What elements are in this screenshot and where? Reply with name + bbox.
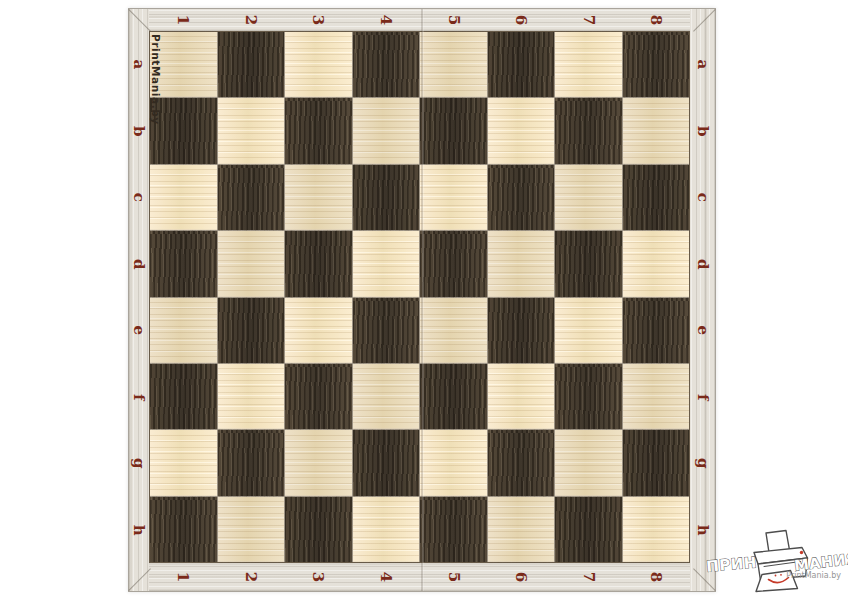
square-f6[interactable] <box>488 364 555 429</box>
rank-label-top-2: 2 <box>239 0 261 54</box>
file-label-right-c: c <box>669 185 736 210</box>
rank-label-top-6: 6 <box>510 0 532 54</box>
square-e6[interactable] <box>488 298 555 363</box>
square-g2[interactable] <box>218 430 285 495</box>
watermark-text: PrintMania.by <box>150 34 162 125</box>
square-b3[interactable] <box>285 98 352 163</box>
file-label-right-e: e <box>669 318 736 343</box>
square-b2[interactable] <box>218 98 285 163</box>
square-d4[interactable] <box>353 231 420 296</box>
square-b4[interactable] <box>353 98 420 163</box>
file-label-left-c: c <box>106 187 173 207</box>
square-b5[interactable] <box>420 98 487 163</box>
rank-label-bottom-6: 6 <box>507 543 535 600</box>
square-b7[interactable] <box>555 98 622 163</box>
square-c2[interactable] <box>218 165 285 230</box>
square-g6[interactable] <box>488 430 555 495</box>
rank-label-bottom-3: 3 <box>304 543 332 600</box>
rank-label-top-7: 7 <box>578 0 600 54</box>
square-f7[interactable] <box>555 364 622 429</box>
file-label-right-d: d <box>669 251 736 276</box>
rank-label-top-3: 3 <box>307 0 329 54</box>
logo-caption: PrintMania.by <box>786 571 841 580</box>
file-label-left-d: d <box>106 254 173 274</box>
rank-label-top-5: 5 <box>442 0 464 54</box>
rank-labels-top: 12345678 <box>149 9 690 31</box>
square-c7[interactable] <box>555 165 622 230</box>
rank-label-bottom-5: 5 <box>439 543 467 600</box>
square-g3[interactable] <box>285 430 352 495</box>
board-grid <box>149 31 690 563</box>
rank-label-top-8: 8 <box>645 0 667 54</box>
square-e7[interactable] <box>555 298 622 363</box>
file-label-right-g: g <box>669 451 736 476</box>
square-g5[interactable] <box>420 430 487 495</box>
rank-label-bottom-7: 7 <box>575 543 603 600</box>
square-g7[interactable] <box>555 430 622 495</box>
square-f5[interactable] <box>420 364 487 429</box>
square-c4[interactable] <box>353 165 420 230</box>
file-label-left-g: g <box>106 453 173 473</box>
file-label-left-a: a <box>106 54 173 74</box>
square-d2[interactable] <box>218 231 285 296</box>
file-label-left-f: f <box>106 387 173 407</box>
rank-label-bottom-2: 2 <box>236 543 264 600</box>
square-d5[interactable] <box>420 231 487 296</box>
square-e3[interactable] <box>285 298 352 363</box>
square-e5[interactable] <box>420 298 487 363</box>
square-g4[interactable] <box>353 430 420 495</box>
square-d6[interactable] <box>488 231 555 296</box>
page: 12345678 12345678 abcdefgh abcdefgh Prin… <box>0 0 848 600</box>
file-labels-right: abcdefgh <box>690 31 715 563</box>
square-d3[interactable] <box>285 231 352 296</box>
chess-board: 12345678 12345678 abcdefgh abcdefgh Prin… <box>128 8 716 592</box>
square-d7[interactable] <box>555 231 622 296</box>
file-label-right-h: h <box>669 517 736 542</box>
square-e2[interactable] <box>218 298 285 363</box>
rank-label-top-1: 1 <box>172 0 194 54</box>
square-f4[interactable] <box>353 364 420 429</box>
rank-labels-bottom: 12345678 <box>149 563 690 591</box>
rank-label-bottom-4: 4 <box>372 543 400 600</box>
file-labels-left: abcdefgh <box>129 31 149 563</box>
square-c3[interactable] <box>285 165 352 230</box>
square-c6[interactable] <box>488 165 555 230</box>
frame-miter-bottom-left <box>128 568 151 591</box>
square-c5[interactable] <box>420 165 487 230</box>
file-label-left-b: b <box>106 121 173 141</box>
file-label-right-f: f <box>669 384 736 409</box>
rank-label-top-4: 4 <box>375 0 397 54</box>
square-e4[interactable] <box>353 298 420 363</box>
file-label-left-e: e <box>106 320 173 340</box>
square-b6[interactable] <box>488 98 555 163</box>
rank-label-bottom-1: 1 <box>169 543 197 600</box>
file-label-right-a: a <box>669 52 736 77</box>
file-label-right-b: b <box>669 118 736 143</box>
file-label-left-h: h <box>106 520 173 540</box>
square-f2[interactable] <box>218 364 285 429</box>
rank-label-bottom-8: 8 <box>642 543 670 600</box>
square-f3[interactable] <box>285 364 352 429</box>
frame-miter-top-right <box>693 9 716 32</box>
frame-miter-top-left <box>128 9 151 32</box>
